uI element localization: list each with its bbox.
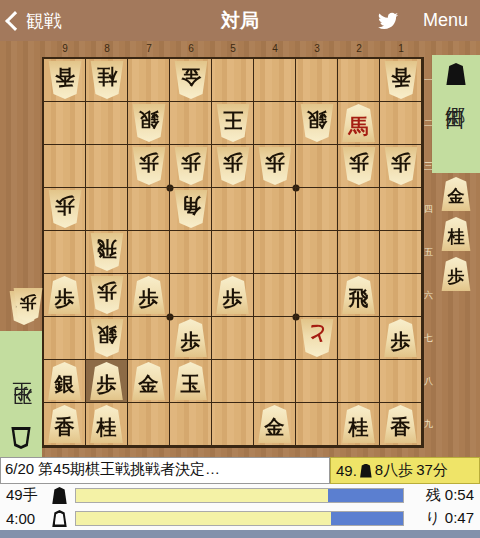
board-cell-6六[interactable] — [170, 274, 212, 317]
clock-panel: 49手 残 0:54 4:00 り 0:47 — [0, 484, 480, 530]
sente-hand-piece[interactable]: 桂 — [441, 217, 471, 251]
file-label: 2 — [338, 41, 380, 57]
piece-glyph: 香 — [55, 68, 75, 88]
shogi-piece-金[interactable]: 金 — [441, 177, 471, 211]
gote-time-remaining: り 0:47 — [412, 509, 474, 528]
board-cell-6四[interactable]: 角 — [170, 188, 212, 231]
board-cell-8二[interactable] — [86, 102, 128, 145]
shogi-piece-香[interactable]: 香 — [48, 405, 82, 443]
shogi-piece-歩[interactable]: 歩 — [48, 276, 82, 314]
piece-glyph: と — [306, 326, 326, 346]
board-cell-2四[interactable] — [338, 188, 380, 231]
back-button[interactable]: 観戦 — [8, 9, 62, 33]
board-cell-2九[interactable]: 桂 — [338, 403, 380, 446]
piece-glyph: 歩 — [97, 374, 117, 394]
sente-time-remaining: 残 0:54 — [412, 486, 474, 505]
sente-hand-piece[interactable]: 金 — [441, 177, 471, 211]
board-cell-7七[interactable] — [128, 317, 170, 360]
event-info[interactable]: 6/20 第45期棋王戦挑戦者決定… — [0, 457, 330, 484]
shogi-piece-銀[interactable]: 銀 — [132, 104, 166, 142]
total-time: 4:00 — [6, 510, 44, 527]
shogi-piece-歩[interactable]: 歩 — [90, 276, 124, 314]
board-cell-2七[interactable] — [338, 317, 380, 360]
piece-glyph: 銀 — [139, 111, 159, 131]
board-cell-5五[interactable] — [212, 231, 254, 274]
board-cell-7六[interactable]: 歩 — [128, 274, 170, 317]
board-cell-5四[interactable] — [212, 188, 254, 231]
board-cell-9七[interactable] — [44, 317, 86, 360]
shogi-piece-角[interactable]: 角 — [174, 190, 208, 228]
board-cell-1七[interactable]: 歩 — [380, 317, 422, 360]
piece-glyph: 銀 — [55, 374, 75, 394]
piece-glyph: 銀 — [97, 326, 117, 346]
gote-sidebar: 歩歩 羽生 — [0, 41, 42, 457]
sente-time-remaining-fill — [328, 489, 403, 502]
piece-glyph: 金 — [181, 68, 201, 88]
piece-glyph: 飛 — [97, 240, 117, 260]
board-cell-8三[interactable] — [86, 145, 128, 188]
board-cell-7三[interactable]: 歩 — [128, 145, 170, 188]
sente-time-bar — [75, 488, 404, 503]
shogi-piece-歩[interactable]: 歩 — [48, 190, 82, 228]
board-cell-1八[interactable] — [380, 360, 422, 403]
board-cell-2八[interactable] — [338, 360, 380, 403]
board-cell-2三[interactable]: 歩 — [338, 145, 380, 188]
piece-glyph: 香 — [55, 417, 75, 437]
board-cell-3九[interactable] — [296, 403, 338, 446]
gote-hand-tray: 歩歩 — [5, 287, 39, 327]
board-cell-4七[interactable] — [254, 317, 296, 360]
piece-glyph: 香 — [391, 417, 411, 437]
shogi-piece-歩[interactable]: 歩 — [90, 362, 124, 400]
board-cell-2六[interactable]: 飛 — [338, 274, 380, 317]
board-cell-3八[interactable] — [296, 360, 338, 403]
gote-clock-row: 4:00 り 0:47 — [0, 508, 480, 529]
move-time: 37分 — [416, 461, 448, 480]
gote-clock-icon — [52, 510, 67, 527]
sente-move-icon — [360, 464, 372, 478]
board-cell-4二[interactable] — [254, 102, 296, 145]
file-label: 7 — [128, 41, 170, 57]
shogi-piece-歩[interactable]: 歩 — [174, 319, 208, 357]
piece-glyph: 歩 — [265, 154, 285, 174]
board-cell-9九[interactable]: 香 — [44, 403, 86, 446]
back-label: 観戦 — [26, 9, 62, 33]
piece-glyph: 王 — [223, 111, 243, 131]
piece-glyph: 桂 — [349, 417, 369, 437]
shogi-piece-歩[interactable]: 歩 — [342, 147, 376, 185]
board-cell-5九[interactable] — [212, 403, 254, 446]
board-cell-7八[interactable]: 金 — [128, 360, 170, 403]
board-cell-1二[interactable] — [380, 102, 422, 145]
sente-sidebar: 郷田 金桂歩 — [432, 41, 480, 457]
board-cell-1三[interactable]: 歩 — [380, 145, 422, 188]
board-cell-6二[interactable] — [170, 102, 212, 145]
shogi-piece-歩[interactable]: 歩 — [384, 319, 418, 357]
shogi-piece-王[interactable]: 王 — [216, 104, 250, 142]
board-cell-5三[interactable]: 歩 — [212, 145, 254, 188]
sente-clock-row: 49手 残 0:54 — [0, 485, 480, 506]
board-cell-7一[interactable] — [128, 59, 170, 102]
piece-glyph: 歩 — [139, 154, 159, 174]
board-cell-5二[interactable]: 王 — [212, 102, 254, 145]
board-cell-3七[interactable]: と — [296, 317, 338, 360]
piece-glyph: 歩 — [223, 154, 243, 174]
board-cell-3二[interactable]: 銀 — [296, 102, 338, 145]
shogi-piece-金[interactable]: 金 — [174, 61, 208, 99]
file-label: 4 — [254, 41, 296, 57]
move-count: 49手 — [6, 486, 44, 505]
board-cell-8一[interactable]: 桂 — [86, 59, 128, 102]
board-cell-5一[interactable] — [212, 59, 254, 102]
file-label: 8 — [86, 41, 128, 57]
board-cell-2一[interactable] — [338, 59, 380, 102]
board-cell-7九[interactable] — [128, 403, 170, 446]
shogi-piece-香[interactable]: 香 — [48, 61, 82, 99]
file-label: 3 — [296, 41, 338, 57]
board-cell-9三[interactable] — [44, 145, 86, 188]
shogi-piece-飛[interactable]: 飛 — [342, 276, 376, 314]
gote-time-remaining-fill — [331, 512, 403, 525]
sente-hand-tray: 金桂歩 — [432, 171, 480, 297]
board-cell-7二[interactable]: 銀 — [128, 102, 170, 145]
piece-glyph: 金 — [448, 188, 465, 205]
piece-glyph: 歩 — [139, 288, 159, 308]
page-title: 対局 — [221, 8, 259, 34]
piece-glyph: 歩 — [97, 283, 117, 303]
board-cell-4一[interactable] — [254, 59, 296, 102]
board-cell-5八[interactable] — [212, 360, 254, 403]
gote-hand-piece[interactable]: 歩 — [13, 288, 43, 322]
last-move-box[interactable]: 49. 8八歩 37分 — [330, 457, 480, 484]
board-cell-6九[interactable] — [170, 403, 212, 446]
shogi-piece-馬[interactable]: 馬 — [342, 104, 376, 142]
file-labels: 987654321 — [44, 41, 432, 57]
board-cell-4八[interactable] — [254, 360, 296, 403]
board-cell-1一[interactable]: 香 — [380, 59, 422, 102]
shogi-piece-金[interactable]: 金 — [258, 405, 292, 443]
board-cell-6七[interactable]: 歩 — [170, 317, 212, 360]
board-cell-1四[interactable] — [380, 188, 422, 231]
status-row: 6/20 第45期棋王戦挑戦者決定… 49. 8八歩 37分 — [0, 457, 480, 484]
back-chevron-icon — [5, 11, 25, 31]
file-label: 1 — [380, 41, 422, 57]
piece-glyph: 歩 — [55, 197, 75, 217]
piece-glyph: 香 — [391, 68, 411, 88]
board-cell-6八[interactable]: 玉 — [170, 360, 212, 403]
top-bar: 観戦 対局 Menu — [0, 0, 480, 41]
shogi-piece-桂[interactable]: 桂 — [90, 61, 124, 99]
gote-time-bar — [75, 511, 404, 526]
file-label: 9 — [44, 41, 86, 57]
board-cell-4六[interactable] — [254, 274, 296, 317]
board-cell-1五[interactable] — [380, 231, 422, 274]
sente-clock-icon — [52, 487, 67, 504]
shogi-piece-歩[interactable]: 歩 — [132, 276, 166, 314]
board-cell-6三[interactable]: 歩 — [170, 145, 212, 188]
shogi-piece-歩[interactable]: 歩 — [216, 147, 250, 185]
board-cell-4九[interactable]: 金 — [254, 403, 296, 446]
gote-piece-icon — [11, 427, 31, 449]
board-cell-3四[interactable] — [296, 188, 338, 231]
board-cell-6五[interactable] — [170, 231, 212, 274]
sente-hand-piece[interactable]: 歩 — [441, 257, 471, 291]
piece-glyph: 玉 — [181, 374, 201, 394]
piece-glyph: 歩 — [55, 288, 75, 308]
move-text: 8八歩 — [375, 461, 413, 480]
board-cell-2二[interactable]: 馬 — [338, 102, 380, 145]
piece-glyph: 飛 — [349, 288, 369, 308]
piece-glyph: 歩 — [391, 154, 411, 174]
shogi-piece-歩[interactable]: 歩 — [13, 288, 43, 322]
piece-glyph: 金 — [265, 417, 285, 437]
shogi-piece-歩[interactable]: 歩 — [132, 147, 166, 185]
shogi-piece-金[interactable]: 金 — [132, 362, 166, 400]
board-cell-8八[interactable]: 歩 — [86, 360, 128, 403]
bottom-strip — [0, 530, 480, 538]
piece-glyph: 角 — [181, 197, 201, 217]
board-cell-8四[interactable] — [86, 188, 128, 231]
board-cell-1六[interactable] — [380, 274, 422, 317]
file-label: 6 — [170, 41, 212, 57]
board-cell-2五[interactable] — [338, 231, 380, 274]
shogi-piece-桂[interactable]: 桂 — [441, 217, 471, 251]
board-cell-7五[interactable] — [128, 231, 170, 274]
sente-nameplate: 郷田 — [432, 55, 480, 173]
shogi-piece-香[interactable]: 香 — [384, 405, 418, 443]
sente-player-name: 郷田 — [443, 91, 470, 99]
piece-glyph: 歩 — [349, 154, 369, 174]
shogi-piece-歩[interactable]: 歩 — [258, 147, 292, 185]
board-cell-9一[interactable]: 香 — [44, 59, 86, 102]
board-cell-5六[interactable]: 歩 — [212, 274, 254, 317]
board-cell-6一[interactable]: 金 — [170, 59, 212, 102]
sente-time-used — [76, 489, 328, 502]
piece-glyph: 銀 — [307, 111, 327, 131]
board-cell-3五[interactable] — [296, 231, 338, 274]
shogi-piece-歩[interactable]: 歩 — [174, 147, 208, 185]
shogi-piece-銀[interactable]: 銀 — [90, 319, 124, 357]
shogi-piece-飛[interactable]: 飛 — [90, 233, 124, 271]
board-cell-4四[interactable] — [254, 188, 296, 231]
board-grid: 香桂金香銀王銀馬歩歩歩歩歩歩歩角飛歩歩歩歩飛銀歩と歩銀歩金玉香桂金桂香 — [42, 57, 424, 448]
piece-glyph: 桂 — [97, 68, 117, 88]
board-cell-8六[interactable]: 歩 — [86, 274, 128, 317]
board-cell-3三[interactable] — [296, 145, 338, 188]
twitter-icon[interactable] — [375, 10, 401, 32]
board-cell-8五[interactable]: 飛 — [86, 231, 128, 274]
shogi-piece-香[interactable]: 香 — [384, 61, 418, 99]
shogi-piece-銀[interactable]: 銀 — [48, 362, 82, 400]
piece-glyph: 馬 — [349, 116, 369, 136]
shogi-piece-歩[interactable]: 歩 — [384, 147, 418, 185]
file-label: 5 — [212, 41, 254, 57]
shogi-piece-歩[interactable]: 歩 — [216, 276, 250, 314]
board-cell-9二[interactable] — [44, 102, 86, 145]
piece-glyph: 歩 — [391, 331, 411, 351]
board-cell-3一[interactable] — [296, 59, 338, 102]
gote-player-name: 羽生 — [8, 413, 35, 421]
shogi-piece-桂[interactable]: 桂 — [90, 405, 124, 443]
board-cell-3六[interactable] — [296, 274, 338, 317]
gote-nameplate: 羽生 — [0, 331, 42, 457]
shogi-piece-玉[interactable]: 玉 — [174, 362, 208, 400]
board-cell-9四[interactable]: 歩 — [44, 188, 86, 231]
board-cell-8七[interactable]: 銀 — [86, 317, 128, 360]
shogi-piece-歩[interactable]: 歩 — [441, 257, 471, 291]
gote-time-used — [76, 512, 331, 525]
piece-glyph: 歩 — [20, 294, 37, 311]
piece-glyph: 歩 — [448, 268, 465, 285]
sente-piece-icon — [446, 63, 466, 85]
piece-glyph: 歩 — [181, 154, 201, 174]
board-cell-9五[interactable] — [44, 231, 86, 274]
shogi-piece-と[interactable]: と — [300, 319, 334, 357]
shogi-piece-銀[interactable]: 銀 — [300, 104, 334, 142]
board-cell-9六[interactable]: 歩 — [44, 274, 86, 317]
board-cell-1九[interactable]: 香 — [380, 403, 422, 446]
board-cell-5七[interactable] — [212, 317, 254, 360]
piece-glyph: 桂 — [448, 228, 465, 245]
board-cell-7四[interactable] — [128, 188, 170, 231]
menu-button[interactable]: Menu — [423, 10, 468, 31]
board-stage: 歩歩 羽生 987654321 香桂金香銀王銀馬歩歩歩歩歩歩歩角飛歩歩歩歩飛銀歩… — [0, 41, 480, 457]
piece-glyph: 歩 — [181, 331, 201, 351]
piece-glyph: 桂 — [97, 417, 117, 437]
board-cell-8九[interactable]: 桂 — [86, 403, 128, 446]
board-cell-4三[interactable]: 歩 — [254, 145, 296, 188]
move-number: 49. — [336, 462, 357, 479]
piece-glyph: 歩 — [223, 288, 243, 308]
board-cell-9八[interactable]: 銀 — [44, 360, 86, 403]
shogi-piece-桂[interactable]: 桂 — [342, 405, 376, 443]
piece-glyph: 金 — [139, 374, 159, 394]
board-cell-4五[interactable] — [254, 231, 296, 274]
